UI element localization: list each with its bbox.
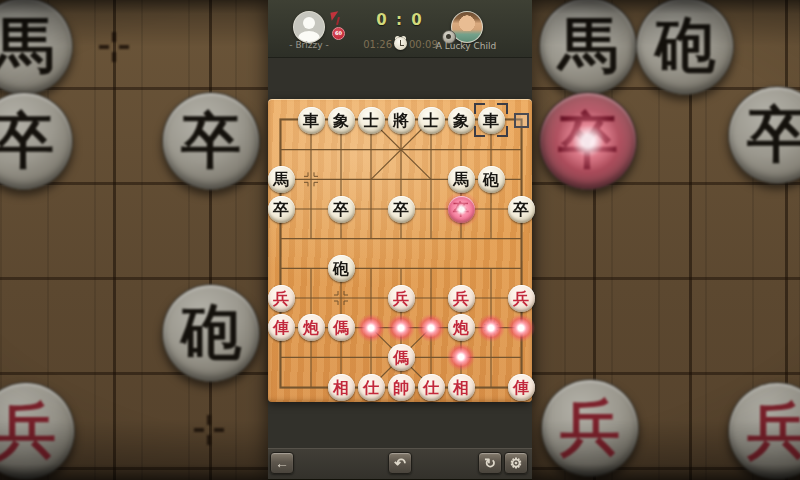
legal-move-dot[interactable] <box>357 314 385 342</box>
last-move-destination-marker <box>475 104 507 136</box>
piece-red-chariot[interactable]: 俥 <box>268 314 295 341</box>
piece-red-cannon[interactable]: 炮 <box>298 314 325 341</box>
piece-red-soldier[interactable]: 兵 <box>508 285 535 312</box>
right-player-name: A Lucky Child <box>426 41 506 51</box>
piece-black-cannon[interactable]: 砲 <box>478 166 505 193</box>
clock-icon <box>394 37 407 50</box>
game-screen: 60 - Brizzy - 0 : 0 01:26 00:09 A Lucky … <box>268 0 532 480</box>
piece-red-soldier[interactable]: 兵 <box>448 285 475 312</box>
piece-black-soldier[interactable]: 卒 <box>508 196 535 223</box>
legal-move-dot[interactable] <box>507 314 535 342</box>
piece-black-soldier[interactable]: 卒 <box>388 196 415 223</box>
bottom-toolbar: ← ↶ ↻ ⚙ <box>268 448 532 479</box>
piece-red-general[interactable]: 帥 <box>388 374 415 401</box>
legal-move-dot[interactable] <box>387 314 415 342</box>
last-move-origin-marker <box>514 113 529 128</box>
piece-black-horse[interactable]: 馬 <box>448 166 475 193</box>
score-display: 0 : 0 <box>360 11 440 29</box>
top-bar: 60 - Brizzy - 0 : 0 01:26 00:09 A Lucky … <box>268 0 532 58</box>
bracket-corner <box>474 126 485 137</box>
left-player-timer: 01:26 <box>362 39 392 50</box>
piece-black-elephant[interactable]: 象 <box>328 107 355 134</box>
piece-red-elephant[interactable]: 相 <box>328 374 355 401</box>
piece-red-chariot[interactable]: 俥 <box>508 374 535 401</box>
piece-black-chariot[interactable]: 車 <box>298 107 325 134</box>
back-button[interactable]: ← <box>270 452 294 474</box>
undo-button[interactable]: ↶ <box>388 452 412 474</box>
piece-black-soldier[interactable]: 卒 <box>448 196 475 223</box>
piece-red-elephant[interactable]: 相 <box>448 374 475 401</box>
piece-black-soldier[interactable]: 卒 <box>328 196 355 223</box>
left-player-avatar[interactable] <box>293 11 325 43</box>
piece-red-horse[interactable]: 傌 <box>328 314 355 341</box>
piece-black-soldier[interactable]: 卒 <box>268 196 295 223</box>
rotate-button[interactable]: ↻ <box>478 452 502 474</box>
piece-black-advisor[interactable]: 士 <box>358 107 385 134</box>
piece-black-horse[interactable]: 馬 <box>268 166 295 193</box>
xiangqi-board[interactable]: 車象士將士象車馬馬砲卒卒卒卒卒砲兵兵兵兵俥炮傌炮傌相仕帥仕相俥 <box>268 99 532 402</box>
piece-red-advisor[interactable]: 仕 <box>418 374 445 401</box>
red-flag-pole-icon <box>336 17 340 25</box>
legal-move-dot[interactable] <box>417 314 445 342</box>
bracket-corner <box>474 103 485 114</box>
left-player-name: - Brizzy - <box>269 40 349 50</box>
left-player-badge: 60 <box>332 27 345 40</box>
legal-move-dot[interactable] <box>477 314 505 342</box>
piece-red-soldier[interactable]: 兵 <box>388 285 415 312</box>
piece-red-horse[interactable]: 傌 <box>388 344 415 371</box>
bracket-corner <box>497 126 508 137</box>
piece-red-soldier[interactable]: 兵 <box>268 285 295 312</box>
piece-black-elephant[interactable]: 象 <box>448 107 475 134</box>
piece-black-advisor[interactable]: 士 <box>418 107 445 134</box>
piece-black-cannon[interactable]: 砲 <box>328 255 355 282</box>
bracket-corner <box>497 103 508 114</box>
app-stage: 馬卒卒砲兵馬砲卒卒兵兵 60 - Brizzy - 0 : 0 01:26 00… <box>0 0 800 480</box>
piece-red-cannon[interactable]: 炮 <box>448 314 475 341</box>
piece-red-advisor[interactable]: 仕 <box>358 374 385 401</box>
piece-black-general[interactable]: 將 <box>388 107 415 134</box>
settings-button[interactable]: ⚙ <box>504 452 528 474</box>
